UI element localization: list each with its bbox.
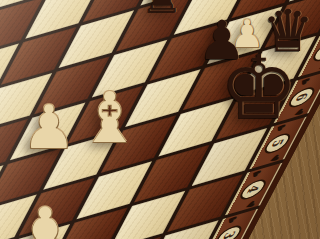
heart-scroll-ornament-icon: ♥ — [224, 215, 240, 224]
rank-label-circle: 3 — [212, 223, 245, 239]
rank-label-3: 3 — [220, 230, 238, 239]
piece-white-pawn-e4[interactable]: ♟ — [5, 198, 85, 239]
rank-label-4: 4 — [244, 184, 262, 195]
piece-white-pawn-d7[interactable]: ♟ — [19, 97, 79, 157]
piece-white-bishop-e6[interactable]: ♝ — [75, 83, 145, 153]
chess-photo-scene: ♥♥♥♥♥♥♥♥8♥♥7♥♥6♥♥5♥♥4♥♥3♥♥2♥♥1 ♜♟♛♟♚♟♝♟ — [0, 0, 320, 239]
piece-black-rook-d8[interactable]: ♜ — [138, 0, 186, 19]
rank-label-circle: 4 — [236, 177, 269, 202]
heart-scroll-ornament-icon: ♥ — [248, 169, 264, 178]
piece-black-king-h6[interactable]: ♚ — [215, 44, 303, 132]
rank-label-5: 5 — [268, 138, 286, 149]
